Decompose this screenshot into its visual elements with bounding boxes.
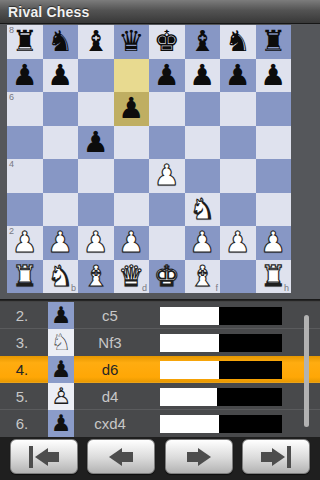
file-label-f: f — [215, 283, 218, 293]
square-g2[interactable]: ♟ — [220, 226, 256, 260]
square-g1[interactable] — [220, 260, 256, 294]
square-b2[interactable]: ♟ — [43, 226, 79, 260]
black-rook: ♜ — [260, 25, 286, 58]
white-knight: ♞ — [47, 260, 73, 293]
square-h5[interactable] — [256, 126, 292, 160]
square-h2[interactable]: ♟ — [256, 226, 292, 260]
move-row-Nf3[interactable]: 3.♘Nf3 — [0, 329, 320, 356]
nav-back-button[interactable] — [87, 439, 155, 474]
square-g8[interactable]: ♞ — [220, 25, 256, 59]
move-row-d4[interactable]: 5.♙d4 — [0, 383, 320, 410]
square-e3[interactable] — [149, 193, 185, 227]
title-bar: Rival Chess — [0, 0, 320, 24]
move-row-d6[interactable]: 4.♟d6 — [0, 356, 320, 383]
square-h1[interactable]: h♜ — [256, 260, 292, 294]
white-pawn: ♟ — [12, 226, 38, 259]
evaluation-bar — [160, 307, 282, 325]
square-f2[interactable]: ♟ — [185, 226, 221, 260]
square-h3[interactable] — [256, 193, 292, 227]
square-f1[interactable]: f♝ — [185, 260, 221, 294]
move-san: c5 — [80, 307, 140, 324]
black-pawn: ♟ — [154, 59, 180, 92]
evaluation-bar — [160, 388, 282, 406]
move-san: Nf3 — [80, 334, 140, 351]
square-f3[interactable]: ♞ — [185, 193, 221, 227]
move-san: d6 — [80, 361, 140, 378]
nav-last-button[interactable] — [242, 439, 310, 474]
square-a6[interactable]: 6 — [7, 92, 43, 126]
skip-to-end-icon — [261, 446, 291, 468]
white-pawn: ♟ — [118, 226, 144, 259]
square-f5[interactable] — [185, 126, 221, 160]
black-pawn: ♟ — [118, 92, 144, 125]
square-f4[interactable] — [185, 159, 221, 193]
rank-label-6: 6 — [9, 92, 14, 102]
white-rook: ♜ — [12, 260, 38, 293]
square-g4[interactable] — [220, 159, 256, 193]
square-e5[interactable] — [149, 126, 185, 160]
scrollbar[interactable] — [304, 315, 309, 427]
square-d5[interactable] — [114, 126, 150, 160]
move-san: d4 — [80, 388, 140, 405]
move-number: 5. — [0, 388, 44, 405]
white-pawn: ♟ — [189, 226, 215, 259]
white-rook: ♜ — [260, 260, 286, 293]
white-pawn-icon: ♙ — [48, 383, 74, 410]
arrow-left-icon — [109, 448, 133, 466]
square-c3[interactable] — [78, 193, 114, 227]
square-d2[interactable]: ♟ — [114, 226, 150, 260]
square-a2[interactable]: 2♟ — [7, 226, 43, 260]
square-h8[interactable]: ♜ — [256, 25, 292, 59]
square-h7[interactable]: ♟ — [256, 59, 292, 93]
square-b6[interactable] — [43, 92, 79, 126]
black-knight: ♞ — [225, 25, 251, 58]
move-number: 4. — [0, 361, 44, 378]
black-knight: ♞ — [47, 25, 73, 58]
square-e2[interactable] — [149, 226, 185, 260]
white-queen: ♛ — [118, 260, 144, 293]
square-g6[interactable] — [220, 92, 256, 126]
square-c7[interactable] — [78, 59, 114, 93]
white-knight-icon: ♘ — [48, 329, 74, 356]
square-b3[interactable] — [43, 193, 79, 227]
square-c1[interactable]: ♝ — [78, 260, 114, 294]
black-pawn-icon: ♟ — [48, 302, 74, 329]
nav-first-button[interactable] — [10, 439, 78, 474]
move-list: 2.♟c53.♘Nf34.♟d65.♙d46.♟cxd4 — [0, 299, 320, 437]
square-b8[interactable]: ♞ — [43, 25, 79, 59]
square-e8[interactable]: ♚ — [149, 25, 185, 59]
square-e6[interactable] — [149, 92, 185, 126]
square-b5[interactable] — [43, 126, 79, 160]
black-queen: ♛ — [118, 25, 144, 58]
square-c8[interactable]: ♝ — [78, 25, 114, 59]
black-pawn: ♟ — [47, 59, 73, 92]
square-d8[interactable]: ♛ — [114, 25, 150, 59]
square-c2[interactable]: ♟ — [78, 226, 114, 260]
square-e4[interactable]: ♟ — [149, 159, 185, 193]
white-knight: ♞ — [189, 193, 215, 226]
move-number: 3. — [0, 334, 44, 351]
white-pawn: ♟ — [47, 226, 73, 259]
chess-board: 8♜♞♝♛♚♝♞♜♟♟♟♟♟♟6♟♟4♟♞2♟♟♟♟♟♟♟♜b♞♝d♛♚f♝h♜ — [7, 25, 291, 293]
black-pawn: ♟ — [83, 126, 109, 159]
black-bishop: ♝ — [83, 25, 109, 58]
evaluation-bar — [160, 361, 282, 379]
square-f7[interactable]: ♟ — [185, 59, 221, 93]
rank-label-8: 8 — [9, 25, 14, 35]
move-san: cxd4 — [80, 415, 140, 432]
evaluation-bar — [160, 415, 282, 433]
black-bishop: ♝ — [189, 25, 215, 58]
square-a5[interactable] — [7, 126, 43, 160]
black-pawn: ♟ — [260, 59, 286, 92]
black-pawn-icon: ♟ — [48, 356, 74, 383]
file-label-d: d — [142, 283, 147, 293]
rank-label-4: 4 — [9, 159, 14, 169]
square-g3[interactable] — [220, 193, 256, 227]
square-d7[interactable] — [114, 59, 150, 93]
white-bishop: ♝ — [83, 260, 109, 293]
white-pawn: ♟ — [83, 226, 109, 259]
square-e7[interactable]: ♟ — [149, 59, 185, 93]
square-a8[interactable]: 8♜ — [7, 25, 43, 59]
square-a4[interactable]: 4 — [7, 159, 43, 193]
square-d1[interactable]: d♛ — [114, 260, 150, 294]
square-g7[interactable]: ♟ — [220, 59, 256, 93]
move-row-c5[interactable]: 2.♟c5 — [0, 302, 320, 329]
move-row-cxd4[interactable]: 6.♟cxd4 — [0, 410, 320, 437]
white-pawn: ♟ — [260, 226, 286, 259]
square-f8[interactable]: ♝ — [185, 25, 221, 59]
square-h4[interactable] — [256, 159, 292, 193]
square-d3[interactable] — [114, 193, 150, 227]
black-pawn: ♟ — [189, 59, 215, 92]
app-title: Rival Chess — [8, 4, 90, 20]
nav-forward-button[interactable] — [165, 439, 233, 474]
square-c4[interactable] — [78, 159, 114, 193]
square-b1[interactable]: b♞ — [43, 260, 79, 294]
square-b7[interactable]: ♟ — [43, 59, 79, 93]
black-rook: ♜ — [12, 25, 38, 58]
square-a3[interactable] — [7, 193, 43, 227]
square-g5[interactable] — [220, 126, 256, 160]
rank-label-2: 2 — [9, 226, 14, 236]
skip-to-start-icon — [29, 446, 59, 468]
square-h6[interactable] — [256, 92, 292, 126]
board-area: 8♜♞♝♛♚♝♞♜♟♟♟♟♟♟6♟♟4♟♞2♟♟♟♟♟♟♟♜b♞♝d♛♚f♝h♜ — [0, 24, 320, 299]
black-pawn: ♟ — [225, 59, 251, 92]
white-pawn: ♟ — [225, 226, 251, 259]
square-b4[interactable] — [43, 159, 79, 193]
black-pawn: ♟ — [12, 59, 38, 92]
square-a1[interactable]: ♜ — [7, 260, 43, 294]
white-bishop: ♝ — [189, 260, 215, 293]
square-e1[interactable]: ♚ — [149, 260, 185, 294]
navigation-bar — [0, 437, 320, 480]
square-c5[interactable]: ♟ — [78, 126, 114, 160]
square-d6[interactable]: ♟ — [114, 92, 150, 126]
file-label-h: h — [284, 283, 289, 293]
square-c6[interactable] — [78, 92, 114, 126]
evaluation-bar — [160, 334, 282, 352]
black-pawn-icon: ♟ — [48, 410, 74, 437]
move-number: 6. — [0, 415, 44, 432]
white-king: ♚ — [154, 260, 180, 293]
arrow-right-icon — [187, 448, 211, 466]
file-label-b: b — [71, 283, 76, 293]
square-a7[interactable]: ♟ — [7, 59, 43, 93]
square-d4[interactable] — [114, 159, 150, 193]
square-f6[interactable] — [185, 92, 221, 126]
black-king: ♚ — [154, 25, 180, 58]
move-number: 2. — [0, 307, 44, 324]
white-pawn: ♟ — [154, 159, 180, 192]
